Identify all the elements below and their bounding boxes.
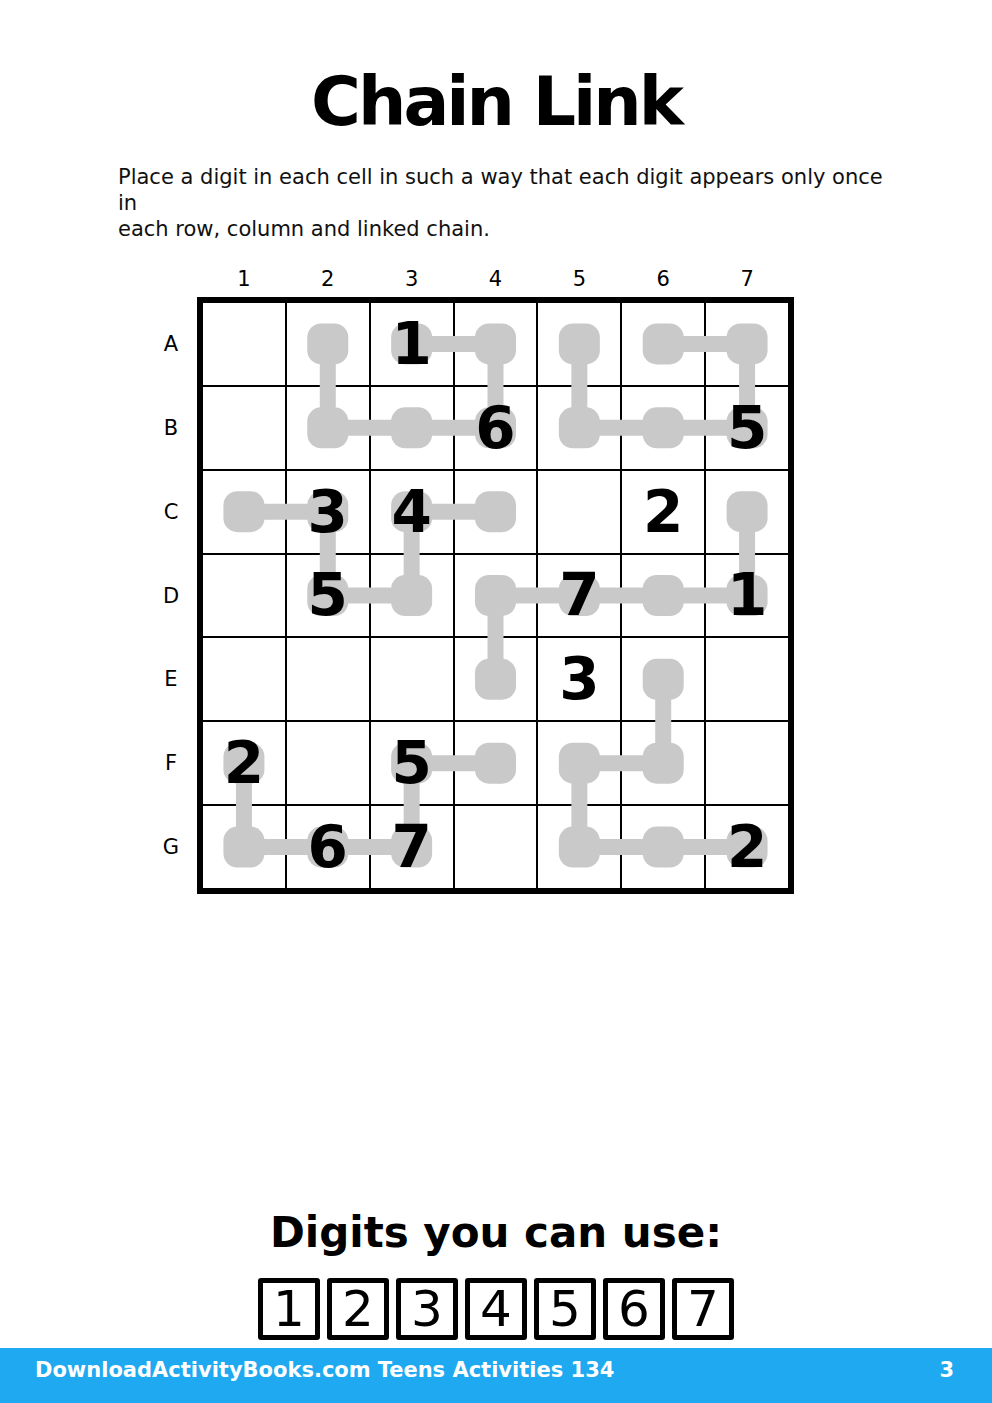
row-labels: ABCDEFG xyxy=(153,297,189,894)
cell-F5[interactable] xyxy=(538,722,620,804)
given-digit-C2: 3 xyxy=(308,483,348,541)
cell-B6[interactable] xyxy=(622,387,704,469)
cell-A2[interactable] xyxy=(287,303,369,385)
cell-A5[interactable] xyxy=(538,303,620,385)
digit-choice-2: 2 xyxy=(327,1278,389,1340)
digit-choice-label-1: 1 xyxy=(273,1284,305,1334)
cell-G4[interactable] xyxy=(455,806,537,888)
given-digit-B7: 5 xyxy=(727,399,767,457)
cell-B2[interactable] xyxy=(287,387,369,469)
cell-F4[interactable] xyxy=(455,722,537,804)
cell-G1[interactable] xyxy=(203,806,285,888)
given-digit-B4: 6 xyxy=(475,399,515,457)
cell-G7[interactable]: 2 xyxy=(706,806,788,888)
cell-F1[interactable]: 2 xyxy=(203,722,285,804)
instructions: Place a digit in each cell in such a way… xyxy=(118,164,888,242)
cell-E1[interactable] xyxy=(203,638,285,720)
cell-A3[interactable]: 1 xyxy=(371,303,453,385)
cell-C5[interactable] xyxy=(538,471,620,553)
given-digit-D5: 7 xyxy=(559,566,599,624)
digit-choice-1: 1 xyxy=(258,1278,320,1340)
cell-E2[interactable] xyxy=(287,638,369,720)
digit-choice-5: 5 xyxy=(534,1278,596,1340)
col-label-6: 6 xyxy=(657,265,670,293)
col-label-5: 5 xyxy=(573,265,586,293)
worksheet-page: Chain Link Place a digit in each cell in… xyxy=(0,0,992,1403)
cell-F3[interactable]: 5 xyxy=(371,722,453,804)
given-digit-E5: 3 xyxy=(559,650,599,708)
cell-C1[interactable] xyxy=(203,471,285,553)
given-digit-G7: 2 xyxy=(727,818,767,876)
digit-choice-label-2: 2 xyxy=(342,1284,374,1334)
cell-B5[interactable] xyxy=(538,387,620,469)
cell-E6[interactable] xyxy=(622,638,704,720)
cell-E4[interactable] xyxy=(455,638,537,720)
cell-G6[interactable] xyxy=(622,806,704,888)
row-label-C: C xyxy=(153,500,189,524)
given-digit-G3: 7 xyxy=(391,818,431,876)
cell-D5[interactable]: 7 xyxy=(538,555,620,637)
given-digit-D2: 5 xyxy=(308,566,348,624)
row-label-B: B xyxy=(153,416,189,440)
cell-C2[interactable]: 3 xyxy=(287,471,369,553)
digit-choice-label-5: 5 xyxy=(549,1284,581,1334)
cell-C4[interactable] xyxy=(455,471,537,553)
cell-D1[interactable] xyxy=(203,555,285,637)
digit-choice-3: 3 xyxy=(396,1278,458,1340)
cell-D4[interactable] xyxy=(455,555,537,637)
digit-choice-4: 4 xyxy=(465,1278,527,1340)
given-digit-F1: 2 xyxy=(224,734,264,792)
cell-F2[interactable] xyxy=(287,722,369,804)
digit-choice-label-6: 6 xyxy=(618,1284,650,1334)
given-digit-C6: 2 xyxy=(643,483,683,541)
footer-page-number: 3 xyxy=(939,1358,954,1382)
cell-F6[interactable] xyxy=(622,722,704,804)
given-digit-F3: 5 xyxy=(391,734,431,792)
row-label-D: D xyxy=(153,584,189,608)
cell-C6[interactable]: 2 xyxy=(622,471,704,553)
cell-D7[interactable]: 1 xyxy=(706,555,788,637)
col-label-1: 1 xyxy=(237,265,250,293)
row-label-F: F xyxy=(153,751,189,775)
cell-G5[interactable] xyxy=(538,806,620,888)
cell-A1[interactable] xyxy=(203,303,285,385)
cell-B7[interactable]: 5 xyxy=(706,387,788,469)
page-title: Chain Link xyxy=(0,62,992,141)
instructions-line-2: each row, column and linked chain. xyxy=(118,216,888,242)
given-digit-D7: 1 xyxy=(727,566,767,624)
digit-choice-label-4: 4 xyxy=(480,1284,512,1334)
cell-A6[interactable] xyxy=(622,303,704,385)
digits-heading: Digits you can use: xyxy=(0,1208,992,1257)
col-label-4: 4 xyxy=(489,265,502,293)
given-digit-G2: 6 xyxy=(308,818,348,876)
board: 165342571325672 xyxy=(197,297,794,894)
cell-A7[interactable] xyxy=(706,303,788,385)
cell-D6[interactable] xyxy=(622,555,704,637)
cell-D2[interactable]: 5 xyxy=(287,555,369,637)
cell-G3[interactable]: 7 xyxy=(371,806,453,888)
cell-C7[interactable] xyxy=(706,471,788,553)
row-label-G: G xyxy=(153,835,189,859)
col-label-2: 2 xyxy=(321,265,334,293)
digit-choice-label-7: 7 xyxy=(687,1284,719,1334)
digit-choice-label-3: 3 xyxy=(411,1284,443,1334)
footer-bar: DownloadActivityBooks.com Teens Activiti… xyxy=(0,1348,992,1403)
cell-F7[interactable] xyxy=(706,722,788,804)
cell-E5[interactable]: 3 xyxy=(538,638,620,720)
digit-choices: 1234567 xyxy=(0,1278,992,1340)
given-digit-A3: 1 xyxy=(391,315,431,373)
given-digit-C3: 4 xyxy=(391,483,431,541)
digit-choice-7: 7 xyxy=(672,1278,734,1340)
digit-choice-6: 6 xyxy=(603,1278,665,1340)
cell-B3[interactable] xyxy=(371,387,453,469)
col-label-7: 7 xyxy=(740,265,753,293)
cell-E3[interactable] xyxy=(371,638,453,720)
cell-C3[interactable]: 4 xyxy=(371,471,453,553)
footer-booklet-name: Teens Activities 134 xyxy=(0,1358,992,1382)
board-area: 1234567 ABCDEFG 165342571325672 xyxy=(197,297,794,894)
cell-B4[interactable]: 6 xyxy=(455,387,537,469)
footer-inner: DownloadActivityBooks.com Teens Activiti… xyxy=(0,1348,992,1392)
col-label-3: 3 xyxy=(405,265,418,293)
cell-E7[interactable] xyxy=(706,638,788,720)
cell-A4[interactable] xyxy=(455,303,537,385)
cell-G2[interactable]: 6 xyxy=(287,806,369,888)
cell-D3[interactable] xyxy=(371,555,453,637)
row-label-E: E xyxy=(153,667,189,691)
instructions-line-1: Place a digit in each cell in such a way… xyxy=(118,164,888,216)
col-labels: 1234567 xyxy=(197,265,794,293)
cell-B1[interactable] xyxy=(203,387,285,469)
row-label-A: A xyxy=(153,332,189,356)
